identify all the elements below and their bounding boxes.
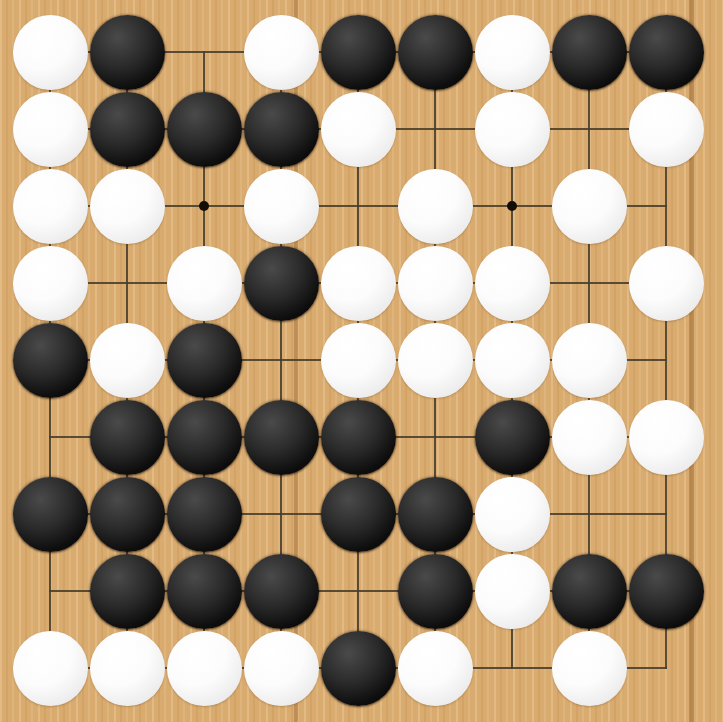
black-stone [244, 246, 319, 321]
intersection [243, 168, 319, 244]
intersection [474, 322, 550, 398]
black-stone [167, 477, 242, 552]
intersection [89, 476, 165, 552]
intersection [12, 168, 88, 244]
intersection [166, 91, 242, 167]
black-stone [90, 92, 165, 167]
intersection [166, 630, 242, 706]
intersection [551, 399, 627, 475]
black-stone [167, 400, 242, 475]
intersection [474, 399, 550, 475]
black-stone [398, 477, 473, 552]
black-stone [90, 554, 165, 629]
intersection[interactable] [628, 476, 704, 552]
white-stone [90, 631, 165, 706]
white-stone [552, 323, 627, 398]
black-stone [167, 554, 242, 629]
intersection [89, 168, 165, 244]
intersection [628, 14, 704, 90]
intersection [320, 476, 396, 552]
intersection [89, 91, 165, 167]
black-stone [321, 631, 396, 706]
white-stone [167, 246, 242, 321]
white-stone [90, 169, 165, 244]
intersection[interactable] [397, 399, 473, 475]
intersection [474, 245, 550, 321]
white-stone [244, 169, 319, 244]
white-stone [13, 246, 88, 321]
white-stone [321, 92, 396, 167]
intersection [397, 476, 473, 552]
white-stone [552, 169, 627, 244]
white-stone [475, 92, 550, 167]
white-stone [321, 323, 396, 398]
intersection[interactable] [628, 322, 704, 398]
intersection [320, 14, 396, 90]
intersection [166, 322, 242, 398]
white-stone [13, 631, 88, 706]
go-board [0, 0, 723, 722]
intersection[interactable] [551, 476, 627, 552]
intersection[interactable] [243, 476, 319, 552]
intersection[interactable] [628, 168, 704, 244]
intersection[interactable] [243, 322, 319, 398]
white-stone [13, 169, 88, 244]
black-stone [321, 477, 396, 552]
intersection [397, 553, 473, 629]
intersection [243, 553, 319, 629]
intersection [397, 14, 473, 90]
intersection[interactable] [320, 168, 396, 244]
intersection [320, 245, 396, 321]
intersection [320, 399, 396, 475]
intersection [12, 476, 88, 552]
intersection [474, 553, 550, 629]
black-stone [244, 400, 319, 475]
intersection [243, 630, 319, 706]
black-stone [552, 15, 627, 90]
white-stone [244, 15, 319, 90]
black-stone [629, 15, 704, 90]
white-stone [13, 15, 88, 90]
intersection [89, 630, 165, 706]
intersection[interactable] [397, 91, 473, 167]
intersection [243, 245, 319, 321]
intersection [628, 91, 704, 167]
intersection[interactable] [551, 91, 627, 167]
white-stone [13, 92, 88, 167]
intersection [551, 168, 627, 244]
black-stone [321, 400, 396, 475]
intersection [397, 245, 473, 321]
intersection [397, 630, 473, 706]
intersection[interactable] [474, 630, 550, 706]
intersection [397, 322, 473, 398]
intersection [166, 245, 242, 321]
black-stone [398, 554, 473, 629]
intersection [474, 476, 550, 552]
black-stone [629, 554, 704, 629]
intersection[interactable] [89, 245, 165, 321]
intersection [628, 245, 704, 321]
intersection [89, 399, 165, 475]
intersection [628, 553, 704, 629]
intersection [89, 553, 165, 629]
intersection [12, 91, 88, 167]
black-stone [90, 477, 165, 552]
intersection [551, 322, 627, 398]
intersection[interactable] [320, 553, 396, 629]
black-stone [13, 477, 88, 552]
intersection [551, 553, 627, 629]
white-stone [398, 631, 473, 706]
white-stone [552, 631, 627, 706]
black-stone [167, 92, 242, 167]
white-stone [475, 554, 550, 629]
intersection[interactable] [551, 245, 627, 321]
intersection [12, 322, 88, 398]
intersection [166, 399, 242, 475]
intersection [320, 91, 396, 167]
black-stone [552, 554, 627, 629]
intersection [12, 245, 88, 321]
intersection[interactable] [166, 168, 242, 244]
intersection [12, 14, 88, 90]
intersection [551, 630, 627, 706]
white-stone [244, 631, 319, 706]
intersection [551, 14, 627, 90]
intersection [320, 322, 396, 398]
intersection [474, 91, 550, 167]
intersection [397, 168, 473, 244]
white-stone [475, 323, 550, 398]
black-stone [321, 15, 396, 90]
intersection[interactable] [628, 630, 704, 706]
intersection [12, 630, 88, 706]
white-stone [475, 246, 550, 321]
black-stone [90, 400, 165, 475]
intersection [320, 630, 396, 706]
intersection [628, 399, 704, 475]
intersection[interactable] [474, 168, 550, 244]
intersection[interactable] [12, 553, 88, 629]
intersection [243, 399, 319, 475]
intersection [89, 322, 165, 398]
white-stone [398, 323, 473, 398]
black-stone [244, 92, 319, 167]
white-stone [475, 477, 550, 552]
intersection [243, 91, 319, 167]
black-stone [398, 15, 473, 90]
white-stone [629, 246, 704, 321]
black-stone [167, 323, 242, 398]
intersection [166, 476, 242, 552]
intersection [166, 553, 242, 629]
white-stone [398, 246, 473, 321]
white-stone [629, 400, 704, 475]
black-stone [90, 15, 165, 90]
white-stone [398, 169, 473, 244]
white-stone [321, 246, 396, 321]
white-stone [475, 15, 550, 90]
intersection [89, 14, 165, 90]
intersection [474, 14, 550, 90]
white-stone [167, 631, 242, 706]
white-stone [552, 400, 627, 475]
black-stone [244, 554, 319, 629]
black-stone [475, 400, 550, 475]
white-stone [90, 323, 165, 398]
intersection[interactable] [166, 14, 242, 90]
intersection [243, 14, 319, 90]
intersection[interactable] [12, 399, 88, 475]
white-stone [629, 92, 704, 167]
black-stone [13, 323, 88, 398]
